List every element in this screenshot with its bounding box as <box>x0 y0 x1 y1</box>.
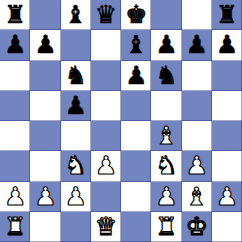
square-b7[interactable]: ♟ <box>30 30 60 60</box>
square-a3[interactable] <box>0 151 30 181</box>
square-a8[interactable]: ♜ <box>0 0 30 30</box>
square-f5[interactable] <box>151 91 181 121</box>
black-pawn[interactable]: ♟ <box>185 30 207 60</box>
square-e6[interactable]: ♟ <box>121 61 151 91</box>
white-knight[interactable]: ♞ <box>64 151 86 181</box>
square-h4[interactable] <box>212 121 242 151</box>
square-c5[interactable]: ♟ <box>61 91 91 121</box>
square-d7[interactable] <box>91 30 121 60</box>
square-e3[interactable] <box>121 151 151 181</box>
square-h6[interactable] <box>212 61 242 91</box>
black-queen[interactable]: ♛ <box>95 0 117 30</box>
white-queen[interactable]: ♛ <box>95 212 117 242</box>
square-e8[interactable]: ♚ <box>121 0 151 30</box>
black-knight[interactable]: ♞ <box>64 61 86 91</box>
square-h7[interactable]: ♟ <box>212 30 242 60</box>
square-b2[interactable]: ♟ <box>30 182 60 212</box>
black-bishop[interactable]: ♝ <box>64 0 86 30</box>
square-h5[interactable] <box>212 91 242 121</box>
square-f4[interactable]: ♝ <box>151 121 181 151</box>
white-rook[interactable]: ♜ <box>4 212 26 242</box>
square-e2[interactable] <box>121 182 151 212</box>
square-c4[interactable] <box>61 121 91 151</box>
white-knight[interactable]: ♞ <box>155 151 177 181</box>
square-g6[interactable] <box>182 61 212 91</box>
square-b5[interactable] <box>30 91 60 121</box>
white-bishop[interactable]: ♝ <box>185 182 207 212</box>
square-d1[interactable]: ♛ <box>91 212 121 242</box>
square-g8[interactable] <box>182 0 212 30</box>
white-pawn[interactable]: ♟ <box>95 151 117 181</box>
square-f2[interactable]: ♟ <box>151 182 181 212</box>
black-bishop[interactable]: ♝ <box>125 30 147 60</box>
black-king[interactable]: ♚ <box>125 0 147 30</box>
square-h8[interactable]: ♜ <box>212 0 242 30</box>
square-d6[interactable] <box>91 61 121 91</box>
square-a2[interactable]: ♟ <box>0 182 30 212</box>
square-g1[interactable]: ♚ <box>182 212 212 242</box>
black-rook[interactable]: ♜ <box>216 0 238 30</box>
square-f6[interactable]: ♞ <box>151 61 181 91</box>
square-g5[interactable] <box>182 91 212 121</box>
black-pawn[interactable]: ♟ <box>4 30 26 60</box>
square-e4[interactable] <box>121 121 151 151</box>
white-pawn[interactable]: ♟ <box>155 182 177 212</box>
black-pawn[interactable]: ♟ <box>155 30 177 60</box>
square-a6[interactable] <box>0 61 30 91</box>
square-d4[interactable] <box>91 121 121 151</box>
square-e1[interactable] <box>121 212 151 242</box>
white-bishop[interactable]: ♝ <box>155 121 177 151</box>
square-d5[interactable] <box>91 91 121 121</box>
square-d3[interactable]: ♟ <box>91 151 121 181</box>
square-e5[interactable] <box>121 91 151 121</box>
square-h3[interactable] <box>212 151 242 181</box>
white-pawn[interactable]: ♟ <box>4 182 26 212</box>
square-g3[interactable]: ♟ <box>182 151 212 181</box>
black-rook[interactable]: ♜ <box>4 0 26 30</box>
square-a7[interactable]: ♟ <box>0 30 30 60</box>
black-pawn[interactable]: ♟ <box>216 30 238 60</box>
black-pawn[interactable]: ♟ <box>64 91 86 121</box>
square-a1[interactable]: ♜ <box>0 212 30 242</box>
square-h2[interactable]: ♟ <box>212 182 242 212</box>
white-king[interactable]: ♚ <box>185 212 207 242</box>
square-f8[interactable] <box>151 0 181 30</box>
square-c6[interactable]: ♞ <box>61 61 91 91</box>
square-c8[interactable]: ♝ <box>61 0 91 30</box>
white-pawn[interactable]: ♟ <box>64 182 86 212</box>
square-b6[interactable] <box>30 61 60 91</box>
chess-board: ♜♝♛♚♜♟♟♝♟♟♟♞♟♞♟♝♞♟♞♟♟♟♟♟♝♟♜♛♜♚ <box>0 0 242 242</box>
black-pawn[interactable]: ♟ <box>34 30 56 60</box>
white-pawn[interactable]: ♟ <box>216 182 238 212</box>
black-knight[interactable]: ♞ <box>155 61 177 91</box>
square-f7[interactable]: ♟ <box>151 30 181 60</box>
square-c7[interactable] <box>61 30 91 60</box>
square-d8[interactable]: ♛ <box>91 0 121 30</box>
square-c3[interactable]: ♞ <box>61 151 91 181</box>
square-e7[interactable]: ♝ <box>121 30 151 60</box>
square-b8[interactable] <box>30 0 60 30</box>
square-f1[interactable]: ♜ <box>151 212 181 242</box>
white-rook[interactable]: ♜ <box>155 212 177 242</box>
square-b4[interactable] <box>30 121 60 151</box>
square-f3[interactable]: ♞ <box>151 151 181 181</box>
black-pawn[interactable]: ♟ <box>125 61 147 91</box>
square-a4[interactable] <box>0 121 30 151</box>
square-g4[interactable] <box>182 121 212 151</box>
square-b3[interactable] <box>30 151 60 181</box>
white-pawn[interactable]: ♟ <box>34 182 56 212</box>
square-c1[interactable] <box>61 212 91 242</box>
square-a5[interactable] <box>0 91 30 121</box>
square-h1[interactable] <box>212 212 242 242</box>
square-g2[interactable]: ♝ <box>182 182 212 212</box>
square-g7[interactable]: ♟ <box>182 30 212 60</box>
square-d2[interactable] <box>91 182 121 212</box>
white-pawn[interactable]: ♟ <box>185 151 207 181</box>
square-c2[interactable]: ♟ <box>61 182 91 212</box>
square-b1[interactable] <box>30 212 60 242</box>
